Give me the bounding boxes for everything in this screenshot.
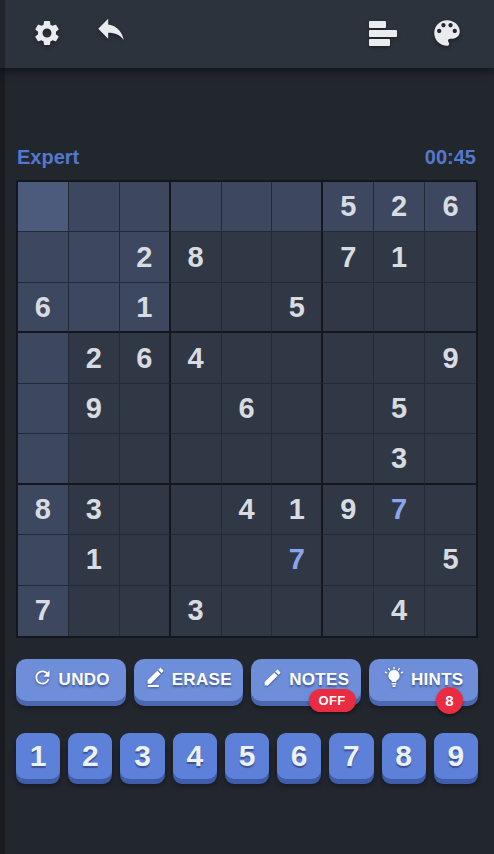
hints-button[interactable]: HINTS 8	[369, 659, 479, 701]
cell-r5c5[interactable]: 6	[222, 384, 273, 434]
cell-r4c5[interactable]	[222, 333, 273, 383]
numpad-key-7[interactable]: 7	[329, 733, 373, 779]
numpad-key-3[interactable]: 3	[120, 733, 164, 779]
cell-r4c7[interactable]	[323, 333, 374, 383]
cell-r5c1[interactable]	[18, 384, 69, 434]
cell-r2c6[interactable]	[272, 232, 323, 282]
hints-button-label: HINTS	[411, 670, 464, 690]
settings-button[interactable]	[28, 15, 66, 53]
cell-r7c4[interactable]	[171, 485, 222, 535]
circular-arrow-icon	[32, 667, 53, 693]
cell-r1c1[interactable]	[18, 182, 69, 232]
undo-button[interactable]: UNDO	[16, 659, 126, 701]
numpad-key-8[interactable]: 8	[382, 733, 426, 779]
cell-r2c1[interactable]	[18, 232, 69, 282]
cell-r2c9[interactable]	[425, 232, 476, 282]
cell-r9c6[interactable]	[272, 586, 323, 636]
cell-r6c2[interactable]	[69, 434, 120, 484]
cell-r7c9[interactable]	[425, 485, 476, 535]
numpad-key-2[interactable]: 2	[68, 733, 112, 779]
cell-r9c4[interactable]: 3	[171, 586, 222, 636]
numpad-key-5[interactable]: 5	[225, 733, 269, 779]
cell-r1c8[interactable]: 2	[374, 182, 425, 232]
cell-r9c9[interactable]	[425, 586, 476, 636]
cell-r3c2[interactable]	[69, 283, 120, 333]
timer: 00:45	[425, 146, 476, 169]
cell-r5c7[interactable]	[323, 384, 374, 434]
cell-r6c6[interactable]	[272, 434, 323, 484]
number-pad: 123456789	[16, 733, 478, 779]
cell-r8c7[interactable]	[323, 535, 374, 585]
cell-r1c5[interactable]	[222, 182, 273, 232]
cell-r3c6[interactable]: 5	[272, 283, 323, 333]
cell-r1c2[interactable]	[69, 182, 120, 232]
cell-r4c6[interactable]	[272, 333, 323, 383]
cell-r7c1[interactable]: 8	[18, 485, 69, 535]
cell-r8c1[interactable]	[18, 535, 69, 585]
cell-r3c5[interactable]	[222, 283, 273, 333]
status-row: Expert 00:45	[17, 146, 476, 169]
cell-r7c7[interactable]: 9	[323, 485, 374, 535]
cell-r5c8[interactable]: 5	[374, 384, 425, 434]
cell-r5c6[interactable]	[272, 384, 323, 434]
cell-r2c3[interactable]: 2	[120, 232, 171, 282]
cell-r4c3[interactable]: 6	[120, 333, 171, 383]
cell-r3c1[interactable]: 6	[18, 283, 69, 333]
settings-gear-icon	[32, 18, 62, 51]
cell-r1c3[interactable]	[120, 182, 171, 232]
difficulty-label: Expert	[17, 146, 79, 169]
pencil-underline-icon	[145, 667, 166, 693]
cell-r7c8[interactable]: 7	[374, 485, 425, 535]
pencil-icon	[262, 667, 283, 693]
cell-r2c2[interactable]	[69, 232, 120, 282]
notes-button-label: NOTES	[289, 670, 349, 690]
lightbulb-icon	[383, 667, 405, 694]
notes-button[interactable]: NOTES OFF	[251, 659, 361, 701]
cell-r5c2[interactable]: 9	[69, 384, 120, 434]
cell-r8c9[interactable]: 5	[425, 535, 476, 585]
cell-r8c2[interactable]: 1	[69, 535, 120, 585]
cell-r3c4[interactable]	[171, 283, 222, 333]
cell-r2c8[interactable]: 1	[374, 232, 425, 282]
cell-r3c3[interactable]: 1	[120, 283, 171, 333]
numpad-key-4[interactable]: 4	[173, 733, 217, 779]
cell-r3c7[interactable]	[323, 283, 374, 333]
cell-r1c6[interactable]	[272, 182, 323, 232]
cell-r9c8[interactable]: 4	[374, 586, 425, 636]
top-bar	[0, 0, 494, 68]
undo-button-label: UNDO	[59, 670, 110, 690]
cell-r5c4[interactable]	[171, 384, 222, 434]
cell-r9c3[interactable]	[120, 586, 171, 636]
cell-r5c3[interactable]	[120, 384, 171, 434]
stats-bars-icon	[368, 18, 398, 51]
cell-r9c7[interactable]	[323, 586, 374, 636]
hints-count-badge: 8	[436, 687, 463, 714]
notes-off-badge: OFF	[309, 689, 356, 712]
numpad-key-6[interactable]: 6	[277, 733, 321, 779]
cell-r4c1[interactable]	[18, 333, 69, 383]
cell-r9c2[interactable]	[69, 586, 120, 636]
cell-r6c5[interactable]	[222, 434, 273, 484]
theme-palette-icon	[430, 16, 464, 53]
erase-button-label: ERASE	[172, 670, 232, 690]
numpad-key-9[interactable]: 9	[434, 733, 478, 779]
sudoku-board: 526287161526499653834197175734	[16, 180, 478, 638]
cell-r4c2[interactable]: 2	[69, 333, 120, 383]
toolbar: UNDO ERASE NOTES OFF HINTS 8	[16, 659, 478, 701]
cell-r8c3[interactable]	[120, 535, 171, 585]
cell-r6c7[interactable]	[323, 434, 374, 484]
cell-r8c8[interactable]	[374, 535, 425, 585]
sudoku-app-screen: Expert 00:45 526287161526499653834197175…	[0, 0, 494, 854]
cell-r4c8[interactable]	[374, 333, 425, 383]
cell-r6c9[interactable]	[425, 434, 476, 484]
cell-r7c3[interactable]	[120, 485, 171, 535]
cell-r3c8[interactable]	[374, 283, 425, 333]
cell-r7c5[interactable]: 4	[222, 485, 273, 535]
cell-r8c4[interactable]	[171, 535, 222, 585]
cell-r4c9[interactable]: 9	[425, 333, 476, 383]
cell-r6c4[interactable]	[171, 434, 222, 484]
cell-r7c6[interactable]: 1	[272, 485, 323, 535]
cell-r4c4[interactable]: 4	[171, 333, 222, 383]
cell-r1c4[interactable]	[171, 182, 222, 232]
cell-r6c1[interactable]	[18, 434, 69, 484]
cell-r7c2[interactable]: 3	[69, 485, 120, 535]
cell-r2c7[interactable]: 7	[323, 232, 374, 282]
stats-button[interactable]	[364, 15, 402, 53]
undo-arrow-icon	[94, 16, 128, 53]
undo-move-button[interactable]	[92, 15, 130, 53]
erase-button[interactable]: ERASE	[134, 659, 244, 701]
cell-r1c9[interactable]: 6	[425, 182, 476, 232]
cell-r9c5[interactable]	[222, 586, 273, 636]
cell-r2c4[interactable]: 8	[171, 232, 222, 282]
theme-button[interactable]	[428, 15, 466, 53]
cell-r9c1[interactable]: 7	[18, 586, 69, 636]
cell-r6c8[interactable]: 3	[374, 434, 425, 484]
cell-r3c9[interactable]	[425, 283, 476, 333]
cell-r2c5[interactable]	[222, 232, 273, 282]
cell-r8c5[interactable]	[222, 535, 273, 585]
cell-r1c7[interactable]: 5	[323, 182, 374, 232]
cell-r5c9[interactable]	[425, 384, 476, 434]
cell-r6c3[interactable]	[120, 434, 171, 484]
numpad-key-1[interactable]: 1	[16, 733, 60, 779]
cell-r8c6[interactable]: 7	[272, 535, 323, 585]
